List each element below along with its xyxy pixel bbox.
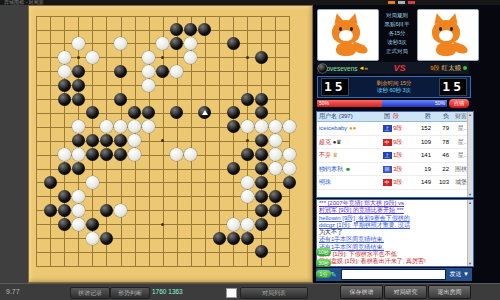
black-stone bbox=[58, 204, 71, 217]
white-stone bbox=[227, 218, 240, 231]
send-button[interactable]: 发送 ▼ bbox=[449, 270, 469, 279]
vs-row: lovesevens ◄» VS 9段 红太狼 bbox=[317, 62, 469, 74]
bet-white-percent: 50% bbox=[382, 100, 447, 107]
black-stone bbox=[58, 93, 71, 106]
panel-button[interactable]: 保存棋谱 bbox=[340, 285, 383, 299]
black-stone bbox=[72, 134, 85, 147]
app-window: 弈城围棋 - 对局室 对局规则黑贴6目半各15分读秒3次正式对局 bbox=[0, 0, 500, 300]
user-rank: 9段 bbox=[393, 122, 411, 134]
send-dropdown-icon[interactable]: ▼ bbox=[463, 271, 469, 277]
user-row[interactable]: 超克 ●♛中9段10978星.. bbox=[317, 136, 473, 150]
black-stone-icon bbox=[318, 64, 327, 73]
close-button[interactable] bbox=[408, 1, 415, 4]
byoyomi-label: 读秒 60秒 3次 bbox=[349, 87, 440, 94]
white-stone bbox=[283, 162, 296, 175]
user-row[interactable]: 独钓寒秋 ☻韩3段1922围棋 bbox=[317, 163, 473, 177]
online-dot-icon bbox=[463, 66, 467, 70]
user-name[interactable]: 超克 ●♛ bbox=[317, 136, 381, 148]
user-row[interactable]: 明珠 中3段149103城堡 bbox=[317, 176, 473, 190]
black-stone bbox=[255, 176, 268, 189]
black-stone bbox=[72, 79, 85, 92]
country-flag-icon: 上 bbox=[383, 125, 392, 132]
board-line-v bbox=[219, 16, 220, 266]
star-point bbox=[246, 56, 249, 59]
black-stone bbox=[255, 106, 268, 119]
user-badge-icon: ●● bbox=[347, 125, 356, 131]
white-stone bbox=[269, 148, 282, 161]
right-clock: 15 bbox=[439, 78, 467, 96]
user-badge-icon: ●♛ bbox=[331, 139, 342, 145]
black-stone bbox=[255, 134, 268, 147]
white-stone bbox=[72, 120, 85, 133]
white-stone bbox=[170, 65, 183, 78]
black-stone bbox=[241, 232, 254, 245]
black-stone bbox=[255, 204, 268, 217]
white-stone bbox=[114, 204, 127, 217]
chat-link-line[interactable]: [1区间]变为[3区间], 新的竞猜开始, bbox=[317, 266, 473, 267]
rule-line: 读秒3次 bbox=[379, 38, 415, 47]
board-line-v bbox=[177, 16, 178, 266]
white-stone bbox=[114, 120, 127, 133]
white-stone bbox=[269, 134, 282, 147]
game-rules-text: 对局规则黑贴6目半各15分读秒3次正式对局 bbox=[379, 11, 415, 59]
status-counts: 1760 1363 bbox=[152, 288, 183, 295]
betting-bar[interactable]: 50% 50% bbox=[317, 100, 447, 107]
user-name[interactable]: iceicebaby ●● bbox=[317, 122, 381, 134]
black-stone bbox=[255, 218, 268, 231]
black-stone bbox=[198, 23, 211, 36]
chat-link-line[interactable]: hellowin [9段]: 有初9赛会下假棋的 bbox=[317, 215, 473, 222]
white-stone bbox=[241, 120, 254, 133]
country-flag-icon: 中 bbox=[383, 179, 392, 186]
white-stone bbox=[241, 218, 254, 231]
rule-line: 黑贴6目半 bbox=[379, 20, 415, 29]
white-stone bbox=[184, 148, 197, 161]
user-list-column-header[interactable]: 胜 bbox=[411, 112, 431, 121]
star-point bbox=[77, 56, 80, 59]
white-stone bbox=[170, 148, 183, 161]
black-stone bbox=[58, 79, 71, 92]
user-wins: 109 bbox=[411, 136, 431, 148]
black-stone bbox=[283, 176, 296, 189]
black-stone bbox=[170, 37, 183, 50]
black-stone bbox=[227, 232, 240, 245]
time-remaining-label: 剩余时间 15分 bbox=[349, 80, 440, 87]
white-stone bbox=[142, 79, 155, 92]
white-stone bbox=[241, 176, 254, 189]
black-stone bbox=[156, 65, 169, 78]
black-stone bbox=[100, 148, 113, 161]
black-stone bbox=[44, 176, 57, 189]
black-stone bbox=[255, 93, 268, 106]
black-stone bbox=[170, 23, 183, 36]
black-stone bbox=[114, 65, 127, 78]
user-list-column-header[interactable]: 国 bbox=[381, 112, 393, 121]
white-stone bbox=[156, 37, 169, 50]
white-stone bbox=[58, 148, 71, 161]
star-point bbox=[246, 139, 249, 142]
user-losses: 46 bbox=[431, 149, 449, 161]
black-stone bbox=[255, 190, 268, 203]
last-move-marker bbox=[202, 110, 208, 115]
white-stone bbox=[283, 120, 296, 133]
user-wins: 19 bbox=[411, 163, 431, 175]
user-rank: 9段 bbox=[393, 136, 411, 148]
white-stone bbox=[142, 65, 155, 78]
black-stone bbox=[241, 93, 254, 106]
rule-line: 对局规则 bbox=[379, 11, 415, 20]
white-stone bbox=[86, 51, 99, 64]
color-swatch[interactable] bbox=[226, 288, 237, 298]
white-stone bbox=[72, 190, 85, 203]
board-line-v bbox=[289, 16, 290, 266]
user-list-header: 用户名 (397)国段胜负财富 bbox=[317, 112, 473, 122]
chat-scrollbar[interactable] bbox=[467, 200, 473, 266]
white-stone bbox=[283, 148, 296, 161]
bet-button[interactable]: 点猜 bbox=[449, 99, 469, 108]
black-stone bbox=[142, 106, 155, 119]
black-stone bbox=[58, 190, 71, 203]
rule-line: 正式对局 bbox=[379, 47, 415, 56]
clock-center-info: 剩余时间 15分 读秒 60秒 3次 bbox=[349, 80, 440, 94]
black-stone bbox=[58, 218, 71, 231]
clock-panel: 15 剩余时间 15分 读秒 60秒 3次 15 bbox=[317, 76, 471, 98]
user-list-scrollbar[interactable] bbox=[467, 112, 473, 197]
minimize-button[interactable] bbox=[388, 1, 395, 4]
rule-line: 各15分 bbox=[379, 29, 415, 38]
go-board[interactable] bbox=[28, 5, 313, 283]
maximize-button[interactable] bbox=[398, 1, 405, 4]
black-stone bbox=[86, 134, 99, 147]
user-badge-icon: ☻ bbox=[343, 166, 351, 172]
side-panel: 对局规则黑贴6目半各15分读秒3次正式对局 lovesevens ◄» VS 9… bbox=[313, 5, 500, 300]
user-rank: 3段 bbox=[393, 176, 411, 188]
black-stone bbox=[100, 204, 113, 217]
black-stone bbox=[128, 106, 141, 119]
user-list: 用户名 (397)国段胜负财富 iceicebaby ●●上9段15279星..… bbox=[316, 111, 474, 198]
white-stone bbox=[72, 148, 85, 161]
user-losses: 22 bbox=[431, 163, 449, 175]
panel-button[interactable]: 对局研究 bbox=[384, 285, 427, 299]
vs-label: VS bbox=[393, 63, 405, 73]
white-stone bbox=[269, 120, 282, 133]
user-rank: 3段 bbox=[393, 163, 411, 175]
chat-link-line[interactable]: 村冠军 [9段] 的竞猜比赛开始 *** bbox=[317, 207, 473, 214]
user-list-column-header[interactable]: 用户名 (397) bbox=[317, 112, 381, 121]
user-losses: 79 bbox=[431, 122, 449, 134]
user-name[interactable]: 明珠 bbox=[317, 176, 381, 188]
black-stone bbox=[255, 148, 268, 161]
user-wins: 152 bbox=[411, 122, 431, 134]
black-stone bbox=[255, 162, 268, 175]
black-stone bbox=[227, 37, 240, 50]
white-stone bbox=[128, 134, 141, 147]
black-stone bbox=[227, 120, 240, 133]
right-player-avatar[interactable] bbox=[417, 9, 479, 61]
black-stone bbox=[114, 93, 127, 106]
white-stone bbox=[114, 37, 127, 50]
country-flag-icon: 中 bbox=[383, 139, 392, 146]
white-stone bbox=[72, 37, 85, 50]
user-row[interactable]: iceicebaby ●●上9段15279星.. bbox=[317, 122, 473, 136]
black-stone bbox=[58, 162, 71, 175]
black-stone bbox=[114, 148, 127, 161]
black-stone bbox=[255, 51, 268, 64]
user-name[interactable]: 不弃 ♛ bbox=[317, 149, 381, 161]
chat-input[interactable] bbox=[341, 269, 446, 280]
black-stone bbox=[100, 232, 113, 245]
chat-input-row: ☺ ✎ 发送 ▼ bbox=[316, 268, 472, 281]
white-stone bbox=[58, 51, 71, 64]
fox-avatar-icon bbox=[318, 10, 378, 60]
user-badge-icon: ♛ bbox=[331, 152, 338, 158]
black-stone bbox=[86, 148, 99, 161]
board-line-v bbox=[205, 16, 206, 266]
white-stone bbox=[128, 120, 141, 133]
quick-button[interactable]: 10秒 bbox=[316, 248, 331, 256]
white-stone bbox=[58, 65, 71, 78]
user-rank: 1段 bbox=[393, 149, 411, 161]
left-player-avatar[interactable] bbox=[317, 9, 379, 61]
user-list-column-header[interactable]: 段 bbox=[393, 112, 411, 121]
black-stone bbox=[114, 134, 127, 147]
user-list-column-header[interactable]: 负 bbox=[431, 112, 449, 121]
black-stone bbox=[184, 23, 197, 36]
black-stone bbox=[170, 106, 183, 119]
country-flag-icon: 上 bbox=[383, 152, 392, 159]
right-player-rank: 9段 bbox=[430, 64, 439, 73]
user-row[interactable]: 不弃 ♛上1段14146星.. bbox=[317, 149, 473, 163]
left-player-name[interactable]: lovesevens bbox=[325, 65, 358, 72]
bet-black-percent: 50% bbox=[317, 100, 382, 107]
bottom-bar-button[interactable]: 形势判断 bbox=[110, 287, 150, 299]
black-stone bbox=[213, 232, 226, 245]
black-stone bbox=[269, 190, 282, 203]
betting-row: 50% 50% 点猜 bbox=[317, 99, 473, 108]
white-stone bbox=[142, 51, 155, 64]
white-stone bbox=[184, 51, 197, 64]
user-wins: 141 bbox=[411, 149, 431, 161]
board-line-h bbox=[36, 252, 289, 253]
black-stone bbox=[100, 134, 113, 147]
white-stone bbox=[86, 176, 99, 189]
white-stone bbox=[255, 120, 268, 133]
black-stone bbox=[44, 204, 57, 217]
black-stone bbox=[255, 245, 268, 258]
white-stone bbox=[241, 190, 254, 203]
user-wins: 149 bbox=[411, 176, 431, 188]
white-stone bbox=[86, 232, 99, 245]
white-stone bbox=[184, 37, 197, 50]
user-losses: 78 bbox=[431, 136, 449, 148]
user-name[interactable]: 独钓寒秋 ☻ bbox=[317, 163, 381, 175]
black-stone bbox=[269, 204, 282, 217]
black-stone bbox=[241, 148, 254, 161]
white-stone bbox=[72, 204, 85, 217]
user-losses: 103 bbox=[431, 176, 449, 188]
black-stone bbox=[86, 218, 99, 231]
white-stone bbox=[128, 148, 141, 161]
black-stone bbox=[227, 106, 240, 119]
black-stone bbox=[86, 106, 99, 119]
bottom-bar-button[interactable]: 棋谱记录 bbox=[70, 287, 110, 299]
chat-link-line[interactable]: 还有1手本区间竞猜结束, bbox=[317, 236, 473, 243]
white-stone bbox=[269, 162, 282, 175]
chat-link-line[interactable]: 还有1手本区间竞猜结束, bbox=[317, 244, 473, 251]
quick-button[interactable]: 1分 bbox=[316, 270, 331, 278]
black-stone bbox=[72, 93, 85, 106]
fox-avatar-icon bbox=[418, 10, 478, 60]
panel-button[interactable]: 退出房间 bbox=[428, 285, 471, 299]
black-stone bbox=[72, 162, 85, 175]
left-clock: 15 bbox=[321, 78, 349, 96]
speaker-icon[interactable]: ◄» bbox=[359, 65, 368, 71]
bottom-bar-button[interactable]: 对局列表 bbox=[240, 287, 308, 299]
status-time: 9.77 bbox=[6, 288, 20, 295]
chat-box: *** [2007年竞猜] 郑大棋 [9段] vs村冠军 [9段] 的竞猜比赛开… bbox=[316, 199, 474, 267]
white-stone bbox=[100, 120, 113, 133]
white-stone bbox=[72, 218, 85, 231]
quick-button[interactable]: 30秒 bbox=[316, 259, 331, 267]
black-stone bbox=[227, 162, 240, 175]
white-stone bbox=[142, 120, 155, 133]
star-point bbox=[161, 223, 164, 226]
country-flag-icon: 韩 bbox=[383, 166, 392, 173]
black-stone bbox=[72, 65, 85, 78]
star-point bbox=[161, 56, 164, 59]
star-point bbox=[161, 139, 164, 142]
board-line-h bbox=[36, 266, 289, 267]
right-player-name[interactable]: 红太狼 bbox=[442, 64, 462, 73]
chat-line: 艺创盘娱 [1段]: 看棋看出汗来了, 真厉害! bbox=[317, 258, 473, 265]
